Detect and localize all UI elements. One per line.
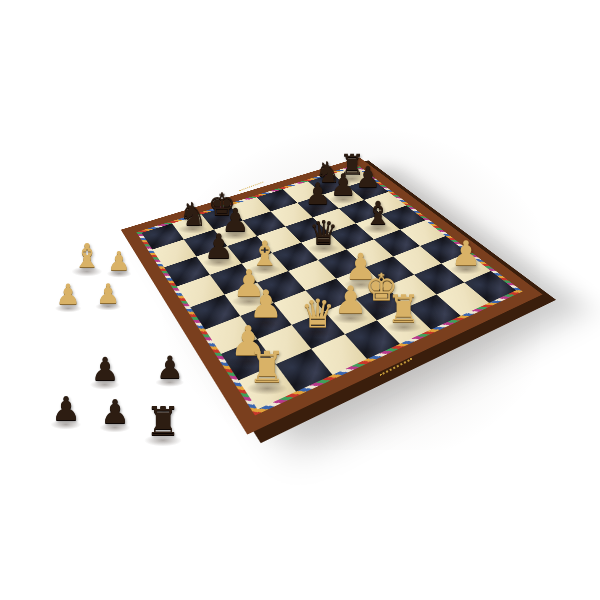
- tray-light-pawn-2[interactable]: ♟︎: [55, 281, 80, 309]
- light-rook-a1[interactable]: ♜: [248, 346, 287, 389]
- light-pawn-h2[interactable]: ♟︎: [451, 236, 481, 270]
- tray-dark-pawn-1[interactable]: ♟︎: [156, 352, 184, 383]
- tray-dark-rook-4[interactable]: ♜: [145, 401, 181, 441]
- dark-bishop-g5[interactable]: ♝: [363, 197, 392, 229]
- tray-dark-pawn-3[interactable]: ♟︎: [100, 395, 130, 428]
- photo-canvas: ♞♚♞♜♟︎♟︎♟︎♟︎♟︎♛♝♝♟︎♟︎♟︎♟︎♛♟︎♚♟︎♜♜♝♟︎♟︎♟︎…: [0, 0, 600, 600]
- dark-queen-e5[interactable]: ♛: [309, 216, 339, 249]
- tray-light-bishop-0[interactable]: ♝: [72, 239, 102, 272]
- light-pawn-d2[interactable]: ♟︎: [333, 281, 367, 319]
- tray-dark-pawn-2[interactable]: ♟︎: [51, 392, 81, 425]
- dark-pawn-h7[interactable]: ♟︎: [355, 163, 381, 192]
- light-rook-e1[interactable]: ♜: [387, 290, 421, 328]
- dark-pawn-g7[interactable]: ♟︎: [330, 170, 357, 200]
- chess-board: [138, 80, 498, 440]
- dark-pawn-b6[interactable]: ♟︎: [204, 229, 234, 263]
- dark-pawn-f7[interactable]: ♟︎: [304, 179, 331, 209]
- light-queen-c2[interactable]: ♛: [301, 294, 336, 333]
- tray-dark-pawn-0[interactable]: ♟︎: [91, 353, 120, 385]
- tray-light-pawn-1[interactable]: ♟︎: [107, 248, 130, 274]
- dark-knight-b8[interactable]: ♞: [179, 198, 208, 230]
- tray-light-pawn-3[interactable]: ♟︎: [96, 280, 120, 307]
